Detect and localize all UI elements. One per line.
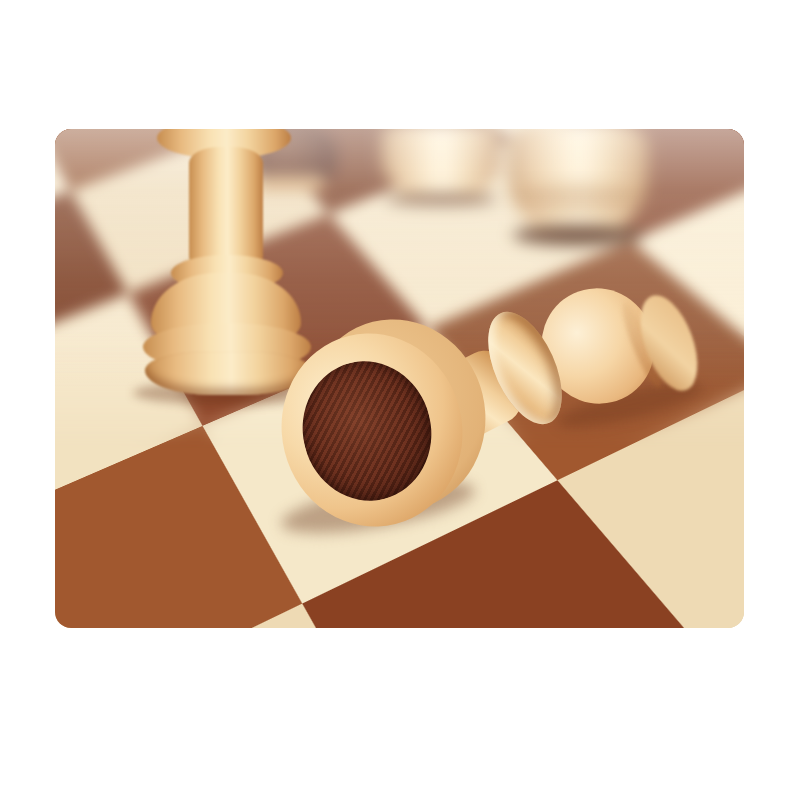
page-background [0, 0, 800, 800]
piece-base [145, 351, 311, 395]
piece-base-bell [381, 129, 501, 203]
standing-light-chess-piece [143, 129, 319, 409]
piece-base-ring [509, 183, 647, 213]
piece-base-shadow-line [513, 225, 643, 245]
background-light-piece-center [381, 129, 501, 215]
background-light-piece-right [507, 129, 649, 257]
chess-photo [55, 129, 744, 628]
piece-base-shadow-line [385, 193, 497, 205]
piece-stem [189, 147, 263, 269]
